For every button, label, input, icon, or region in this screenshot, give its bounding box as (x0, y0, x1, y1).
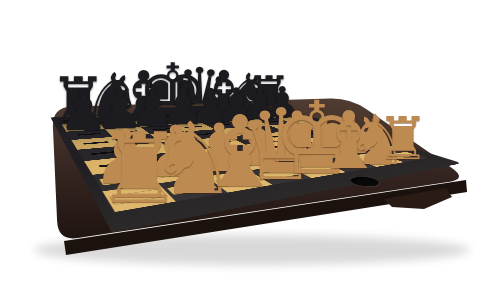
piece-plate (247, 115, 273, 118)
piece-plate (222, 116, 249, 119)
piece-plate (215, 175, 262, 187)
piece-plate (196, 162, 240, 172)
piece-plate (102, 122, 135, 126)
piece-plate (234, 110, 258, 113)
chess-set-photo: ♜♞♝♚♛♝♞♜♟♟♟♟♟♟♟♟♟♟♟♟♟♟♟♟♜♞♝♛♚♝♞♜ (0, 0, 500, 287)
piece-plate (110, 189, 167, 205)
piece-plate (128, 115, 158, 119)
piece-plate (136, 121, 167, 125)
piece-plate (211, 111, 237, 114)
piece-plate (99, 173, 151, 185)
piece-plate (256, 109, 279, 112)
piece-plate (295, 164, 335, 174)
piece-plate (304, 150, 339, 157)
piece-plate (333, 146, 366, 153)
piece-plate (167, 119, 197, 123)
piece-plate (65, 124, 100, 129)
piece-plate (236, 158, 276, 167)
piece-plate (269, 114, 293, 117)
piece-plate (158, 114, 186, 117)
piece-plate (96, 117, 127, 121)
piece-plate (272, 153, 310, 161)
piece-plate (151, 167, 198, 178)
piece-plate (258, 169, 301, 180)
piece-plate (166, 181, 218, 195)
piece-plate (61, 118, 94, 122)
piece-plate (185, 113, 212, 116)
piece-plate (196, 118, 224, 122)
